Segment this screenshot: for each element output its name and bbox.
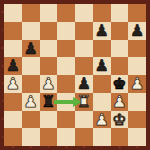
white-pawn-c4[interactable]: ♟ [40,75,58,93]
file-label-a: a [4,146,22,150]
file-label-d: d [57,146,75,150]
white-rook-e3[interactable]: ♜ [75,93,93,111]
black-pawn-e4[interactable]: ♟ [75,75,93,93]
file-label-f: f [93,146,111,150]
black-pawn-a5[interactable]: ♟ [4,57,22,75]
black-pawn-f5[interactable]: ♟ [93,57,111,75]
black-king-g4[interactable]: ♚ [111,75,129,93]
black-pawn-h7[interactable]: ♟ [128,22,146,40]
file-label-h: h [128,146,146,150]
white-pawn-g3[interactable]: ♟ [111,93,129,111]
white-king-g2[interactable]: ♚ [111,111,129,129]
black-pawn-b6[interactable]: ♟ [22,40,40,58]
chess-board: ♟♟♟♟♟♟♟♟♚♟♟♜♜♟♟♚ 87654321abcdefgh [0,0,150,150]
piece-layer: ♟♟♟♟♟♟♟♟♚♟♟♜♜♟♟♚ [4,4,146,146]
white-pawn-h4[interactable]: ♟ [128,75,146,93]
white-pawn-f2[interactable]: ♟ [93,111,111,129]
white-pawn-a4[interactable]: ♟ [4,75,22,93]
file-label-e: e [75,146,93,150]
black-rook-c3[interactable]: ♜ [40,93,58,111]
file-label-c: c [40,146,58,150]
file-label-b: b [22,146,40,150]
file-label-g: g [111,146,129,150]
white-pawn-b3[interactable]: ♟ [22,93,40,111]
black-pawn-f7[interactable]: ♟ [93,22,111,40]
